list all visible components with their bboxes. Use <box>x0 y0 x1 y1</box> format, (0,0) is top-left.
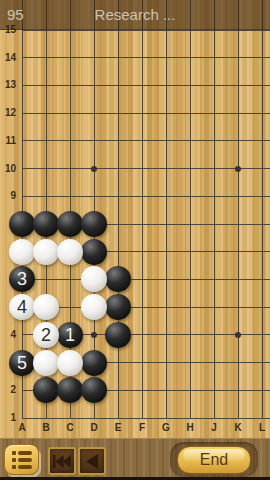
col-label-L: L <box>254 421 270 435</box>
row-label-12: 12 <box>0 106 16 120</box>
star-point-K10 <box>235 166 241 172</box>
stone-white-C3 <box>57 350 83 376</box>
grid-line-row-12 <box>22 113 270 114</box>
grid-line-col-J <box>214 0 215 418</box>
stone-black-C4: 1 <box>57 322 83 348</box>
page-title: Research ... <box>0 6 270 23</box>
stone-black-A3: 5 <box>9 350 35 376</box>
stone-black-D3 <box>81 350 107 376</box>
move-number-label: 4 <box>17 298 27 316</box>
col-label-J: J <box>206 421 222 435</box>
grid-line-col-K <box>238 0 239 418</box>
step-back-icon <box>85 454 100 469</box>
grid-line-row-14 <box>22 57 270 58</box>
grid-line-row-10 <box>22 168 270 169</box>
grid-line-row-6 <box>22 279 270 280</box>
stone-white-A5: 4 <box>9 294 35 320</box>
stone-black-E4 <box>105 322 131 348</box>
col-label-K: K <box>230 421 246 435</box>
stone-white-D5 <box>81 294 107 320</box>
stone-black-E5 <box>105 294 131 320</box>
row-label-4: 4 <box>0 328 16 342</box>
stone-white-D6 <box>81 266 107 292</box>
app-screen: 123456789101112131415ABCDEFGHJKL31542 95… <box>0 0 270 480</box>
grid-line-col-F <box>142 0 143 418</box>
menu-button[interactable] <box>4 444 39 475</box>
stone-black-D2 <box>81 377 107 403</box>
col-label-B: B <box>38 421 54 435</box>
col-label-G: G <box>158 421 174 435</box>
row-label-10: 10 <box>0 162 16 176</box>
stone-white-C7 <box>57 239 83 265</box>
stone-black-E6 <box>105 266 131 292</box>
stone-black-C8 <box>57 211 83 237</box>
stone-black-B2 <box>33 377 59 403</box>
col-label-D: D <box>86 421 102 435</box>
move-number-label: 5 <box>17 354 27 372</box>
stone-black-B8 <box>33 211 59 237</box>
star-point-D4 <box>91 332 97 338</box>
skip-to-start-icon <box>53 454 71 469</box>
step-back-button[interactable] <box>78 447 106 475</box>
move-number-label: 2 <box>41 326 51 344</box>
grid-line-col-H <box>190 0 191 418</box>
grid-line-row-13 <box>22 85 270 86</box>
stone-white-B3 <box>33 350 59 376</box>
stone-white-B5 <box>33 294 59 320</box>
stone-black-A8 <box>9 211 35 237</box>
grid-line-row-11 <box>22 140 270 141</box>
row-label-9: 9 <box>0 189 16 203</box>
to-start-button[interactable] <box>48 447 76 475</box>
col-label-H: H <box>182 421 198 435</box>
bottom-toolbar: End <box>0 438 270 477</box>
grid-line-row-5 <box>22 307 270 308</box>
move-number-label: 3 <box>17 270 27 288</box>
move-number-label: 1 <box>65 326 75 344</box>
row-label-11: 11 <box>0 134 16 148</box>
grid-line-col-L <box>262 0 263 418</box>
grid-line-row-1 <box>22 418 270 419</box>
stone-black-C2 <box>57 377 83 403</box>
grid-line-row-9 <box>22 196 270 197</box>
row-label-13: 13 <box>0 78 16 92</box>
star-point-D10 <box>91 166 97 172</box>
grid-line-col-G <box>166 0 167 418</box>
go-board[interactable]: 123456789101112131415ABCDEFGHJKL31542 <box>0 0 270 437</box>
star-point-K4 <box>235 332 241 338</box>
col-label-C: C <box>62 421 78 435</box>
col-label-E: E <box>110 421 126 435</box>
stone-white-B7 <box>33 239 59 265</box>
col-label-A: A <box>14 421 30 435</box>
col-label-F: F <box>134 421 150 435</box>
stone-black-D8 <box>81 211 107 237</box>
stone-black-D7 <box>81 239 107 265</box>
list-icon <box>12 451 32 469</box>
top-bar: 95 Research ... <box>0 0 270 30</box>
row-label-14: 14 <box>0 51 16 65</box>
end-button-label: End <box>200 451 228 469</box>
end-button[interactable]: End <box>177 446 251 474</box>
stone-white-B4: 2 <box>33 322 59 348</box>
stone-white-A7 <box>9 239 35 265</box>
grid-line-col-E <box>118 0 119 418</box>
row-label-2: 2 <box>0 383 16 397</box>
stone-black-A6: 3 <box>9 266 35 292</box>
